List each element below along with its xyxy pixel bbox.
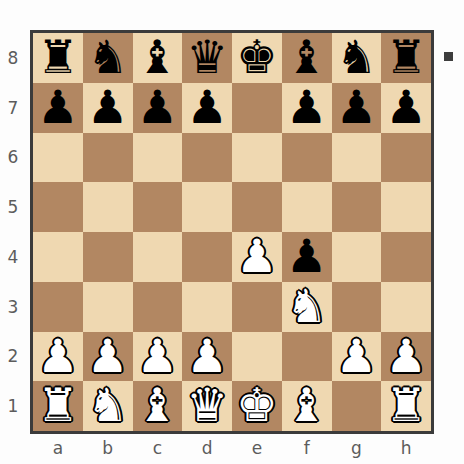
square-c6[interactable]: [133, 133, 183, 183]
piece-black-pawn[interactable]: ♟: [386, 83, 427, 133]
piece-white-pawn[interactable]: ♟: [87, 332, 128, 382]
square-g2[interactable]: ♟: [332, 332, 382, 382]
square-f7[interactable]: ♟: [282, 83, 332, 133]
square-e8[interactable]: ♚: [232, 33, 282, 83]
piece-white-pawn[interactable]: ♟: [137, 332, 178, 382]
file-label-a: a: [33, 436, 83, 460]
piece-black-rook[interactable]: ♜: [37, 33, 78, 83]
square-a3[interactable]: [33, 282, 83, 332]
square-h7[interactable]: ♟: [381, 83, 431, 133]
square-f6[interactable]: [282, 133, 332, 183]
piece-white-bishop[interactable]: ♝: [286, 381, 327, 431]
piece-black-king[interactable]: ♚: [236, 33, 277, 83]
square-d5[interactable]: [182, 182, 232, 232]
piece-black-pawn[interactable]: ♟: [286, 232, 327, 282]
piece-white-knight[interactable]: ♞: [87, 381, 128, 431]
square-d6[interactable]: [182, 133, 232, 183]
piece-white-rook[interactable]: ♜: [386, 381, 427, 431]
piece-white-queen[interactable]: ♛: [187, 381, 228, 431]
square-h6[interactable]: [381, 133, 431, 183]
square-h3[interactable]: [381, 282, 431, 332]
rank-label-8: 8: [0, 33, 26, 83]
rank-labels: 87654321: [0, 33, 26, 431]
file-label-e: e: [232, 436, 282, 460]
file-label-g: g: [332, 436, 382, 460]
piece-white-knight[interactable]: ♞: [286, 282, 327, 332]
rank-label-3: 3: [0, 282, 26, 332]
file-label-d: d: [182, 436, 232, 460]
square-d1[interactable]: ♛: [182, 381, 232, 431]
square-h2[interactable]: ♟: [381, 332, 431, 382]
square-f8[interactable]: ♝: [282, 33, 332, 83]
file-labels: abcdefgh: [33, 436, 431, 460]
square-b4[interactable]: [83, 232, 133, 282]
piece-black-bishop[interactable]: ♝: [137, 33, 178, 83]
rank-label-6: 6: [0, 133, 26, 183]
square-c8[interactable]: ♝: [133, 33, 183, 83]
square-g4[interactable]: [332, 232, 382, 282]
square-a8[interactable]: ♜: [33, 33, 83, 83]
piece-white-king[interactable]: ♚: [236, 381, 277, 431]
piece-black-knight[interactable]: ♞: [336, 33, 377, 83]
piece-white-pawn[interactable]: ♟: [236, 232, 277, 282]
square-f1[interactable]: ♝: [282, 381, 332, 431]
square-a7[interactable]: ♟: [33, 83, 83, 133]
chess-board: ♜♞♝♛♚♝♞♜♟♟♟♟♟♟♟♟♟♞♟♟♟♟♟♟♜♞♝♛♚♝♜: [30, 30, 434, 434]
file-label-f: f: [282, 436, 332, 460]
square-a6[interactable]: [33, 133, 83, 183]
square-a1[interactable]: ♜: [33, 381, 83, 431]
rank-label-1: 1: [0, 381, 26, 431]
square-f4[interactable]: ♟: [282, 232, 332, 282]
square-c4[interactable]: [133, 232, 183, 282]
rank-label-4: 4: [0, 232, 26, 282]
square-a5[interactable]: [33, 182, 83, 232]
piece-black-pawn[interactable]: ♟: [187, 83, 228, 133]
square-e7[interactable]: [232, 83, 282, 133]
chess-diagram: 87654321 ♜♞♝♛♚♝♞♜♟♟♟♟♟♟♟♟♟♞♟♟♟♟♟♟♜♞♝♛♚♝♜…: [0, 0, 464, 464]
rank-label-2: 2: [0, 332, 26, 382]
square-b2[interactable]: ♟: [83, 332, 133, 382]
square-g8[interactable]: ♞: [332, 33, 382, 83]
square-e5[interactable]: [232, 182, 282, 232]
piece-black-pawn[interactable]: ♟: [37, 83, 78, 133]
square-f5[interactable]: [282, 182, 332, 232]
square-f3[interactable]: ♞: [282, 282, 332, 332]
square-f2[interactable]: [282, 332, 332, 382]
square-e1[interactable]: ♚: [232, 381, 282, 431]
file-label-b: b: [83, 436, 133, 460]
square-h8[interactable]: ♜: [381, 33, 431, 83]
square-d7[interactable]: ♟: [182, 83, 232, 133]
piece-black-pawn[interactable]: ♟: [286, 83, 327, 133]
square-e3[interactable]: [232, 282, 282, 332]
square-a4[interactable]: [33, 232, 83, 282]
square-g6[interactable]: [332, 133, 382, 183]
square-e4[interactable]: ♟: [232, 232, 282, 282]
square-d3[interactable]: [182, 282, 232, 332]
piece-black-pawn[interactable]: ♟: [87, 83, 128, 133]
square-b5[interactable]: [83, 182, 133, 232]
rank-label-5: 5: [0, 182, 26, 232]
square-b1[interactable]: ♞: [83, 381, 133, 431]
piece-black-bishop[interactable]: ♝: [286, 33, 327, 83]
piece-black-rook[interactable]: ♜: [386, 33, 427, 83]
square-e6[interactable]: [232, 133, 282, 183]
square-c3[interactable]: [133, 282, 183, 332]
rank-label-7: 7: [0, 83, 26, 133]
square-h4[interactable]: [381, 232, 431, 282]
square-b6[interactable]: [83, 133, 133, 183]
square-e2[interactable]: [232, 332, 282, 382]
square-g3[interactable]: [332, 282, 382, 332]
square-g7[interactable]: ♟: [332, 83, 382, 133]
piece-white-bishop[interactable]: ♝: [137, 381, 178, 431]
piece-black-pawn[interactable]: ♟: [137, 83, 178, 133]
square-c7[interactable]: ♟: [133, 83, 183, 133]
piece-black-queen[interactable]: ♛: [187, 33, 228, 83]
square-b7[interactable]: ♟: [83, 83, 133, 133]
piece-black-knight[interactable]: ♞: [87, 33, 128, 83]
piece-white-pawn[interactable]: ♟: [386, 332, 427, 382]
square-g1[interactable]: [332, 381, 382, 431]
square-d2[interactable]: ♟: [182, 332, 232, 382]
file-label-h: h: [381, 436, 431, 460]
square-b3[interactable]: [83, 282, 133, 332]
black-to-move-indicator: [444, 52, 453, 61]
square-d8[interactable]: ♛: [182, 33, 232, 83]
square-h5[interactable]: [381, 182, 431, 232]
file-label-c: c: [133, 436, 183, 460]
piece-white-pawn[interactable]: ♟: [187, 332, 228, 382]
square-g5[interactable]: [332, 182, 382, 232]
square-c2[interactable]: ♟: [133, 332, 183, 382]
piece-white-pawn[interactable]: ♟: [37, 332, 78, 382]
piece-white-rook[interactable]: ♜: [37, 381, 78, 431]
piece-black-pawn[interactable]: ♟: [336, 83, 377, 133]
square-b8[interactable]: ♞: [83, 33, 133, 83]
square-c1[interactable]: ♝: [133, 381, 183, 431]
piece-white-pawn[interactable]: ♟: [336, 332, 377, 382]
square-d4[interactable]: [182, 232, 232, 282]
square-a2[interactable]: ♟: [33, 332, 83, 382]
square-h1[interactable]: ♜: [381, 381, 431, 431]
square-c5[interactable]: [133, 182, 183, 232]
